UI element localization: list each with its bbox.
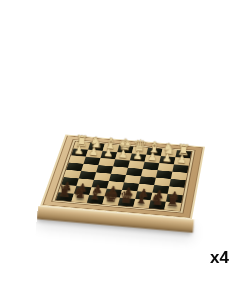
dark-knight-piece: ♞ xyxy=(72,185,89,202)
chess-board-frame: ♜♞♝♚♛♝♞♜♟♟♟♟♟♟♟♟♟♟♟♟♟♟♟♟♜♞♝♚♛♝♞♜ xyxy=(40,135,205,219)
light-pawn-piece: ♟ xyxy=(145,151,161,163)
chess-set-scene: ♜♞♝♚♛♝♞♜♟♟♟♟♟♟♟♟♟♟♟♟♟♟♟♟♜♞♝♚♛♝♞♜ xyxy=(53,102,199,248)
light-pawn-piece: ♟ xyxy=(174,153,190,165)
board-tilt-wrapper: ♜♞♝♚♛♝♞♜♟♟♟♟♟♟♟♟♟♟♟♟♟♟♟♟♜♞♝♚♛♝♞♜ xyxy=(47,96,205,254)
square-f4 xyxy=(96,165,113,174)
product-image: ♜♞♝♚♛♝♞♜♟♟♟♟♟♟♟♟♟♟♟♟♟♟♟♟♜♞♝♚♛♝♞♜ x4 xyxy=(0,0,236,305)
dark-bishop-piece: ♝ xyxy=(133,191,150,208)
dark-bishop-piece: ♝ xyxy=(87,187,104,204)
quantity-label: x4 xyxy=(210,249,229,266)
board-grid: ♜♞♝♚♛♝♞♜♟♟♟♟♟♟♟♟♟♟♟♟♟♟♟♟♜♞♝♚♛♝♞♜ xyxy=(55,141,193,212)
square-h4 xyxy=(66,163,83,172)
light-pawn-piece: ♟ xyxy=(130,149,146,161)
light-pawn-piece: ♟ xyxy=(86,145,102,157)
dark-queen-piece: ♛ xyxy=(118,188,135,206)
square-c4 xyxy=(141,169,158,178)
light-pawn-piece: ♟ xyxy=(71,144,87,156)
square-a8: ♜ xyxy=(164,202,181,211)
dark-king-piece: ♚ xyxy=(103,187,120,205)
light-pawn-piece: ♟ xyxy=(101,147,117,159)
dark-rook-piece: ♜ xyxy=(56,184,73,201)
light-pawn-piece: ♟ xyxy=(115,148,131,160)
dark-rook-piece: ♜ xyxy=(164,194,181,211)
square-a4 xyxy=(171,172,187,181)
dark-knight-piece: ♞ xyxy=(149,192,166,209)
light-pawn-piece: ♟ xyxy=(159,152,175,164)
